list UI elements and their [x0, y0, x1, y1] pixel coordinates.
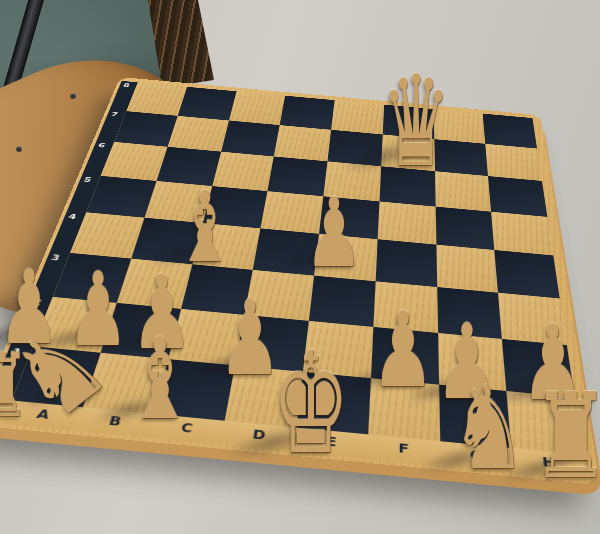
- photo-scene: 87654321 ABCDEFGH ♛♝♟♟♟♟♟♟♟♟♜♞♝♚♞♜: [0, 0, 600, 534]
- square-b8[interactable]: [178, 87, 237, 120]
- piece-white-bishop-c1[interactable]: ♝: [106, 323, 215, 435]
- piece-white-rook-a1[interactable]: ♜: [0, 342, 61, 430]
- square-h5[interactable]: [491, 211, 553, 255]
- square-h6[interactable]: [488, 176, 547, 217]
- chair-screw: [70, 93, 76, 99]
- piece-white-queen-f7[interactable]: ♛: [366, 59, 465, 185]
- piece-white-king-e1[interactable]: ♚: [261, 334, 360, 474]
- square-d7[interactable]: [274, 125, 331, 161]
- piece-white-rook-h1[interactable]: ♜: [511, 377, 600, 495]
- square-h4[interactable]: [495, 250, 560, 298]
- square-c8[interactable]: [229, 91, 286, 125]
- square-d8[interactable]: [280, 96, 335, 130]
- square-b7[interactable]: [167, 116, 228, 152]
- square-a8[interactable]: [127, 82, 187, 115]
- chair-screw: [16, 146, 22, 152]
- square-c7[interactable]: [221, 120, 280, 156]
- square-g4[interactable]: [436, 245, 498, 293]
- piece-white-pawn-e4[interactable]: ♟: [280, 185, 389, 281]
- square-h7[interactable]: [485, 144, 542, 181]
- square-g5[interactable]: [435, 206, 494, 250]
- square-h8[interactable]: [483, 114, 537, 149]
